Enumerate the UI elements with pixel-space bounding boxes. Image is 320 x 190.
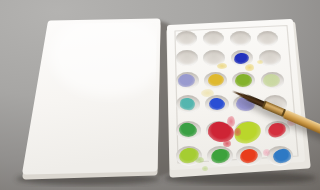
paint-well bbox=[176, 50, 198, 66]
yellow-drip bbox=[257, 60, 263, 64]
yellow-drip bbox=[245, 64, 254, 71]
pink-smudge bbox=[263, 149, 270, 156]
yellow-smudge bbox=[201, 89, 214, 97]
yellow-drip bbox=[217, 63, 227, 69]
paint-apple-green bbox=[235, 74, 252, 87]
red-splash bbox=[227, 116, 235, 127]
red-droplet bbox=[223, 140, 231, 147]
red-splash bbox=[234, 128, 241, 136]
paint-wells-grid bbox=[0, 0, 320, 190]
paint-well bbox=[203, 31, 224, 46]
paint-well bbox=[257, 31, 278, 46]
green-smear bbox=[202, 166, 208, 171]
paint-well bbox=[230, 31, 251, 46]
photo-background bbox=[0, 0, 320, 190]
green-smear bbox=[195, 157, 204, 163]
paint-well bbox=[176, 31, 197, 46]
